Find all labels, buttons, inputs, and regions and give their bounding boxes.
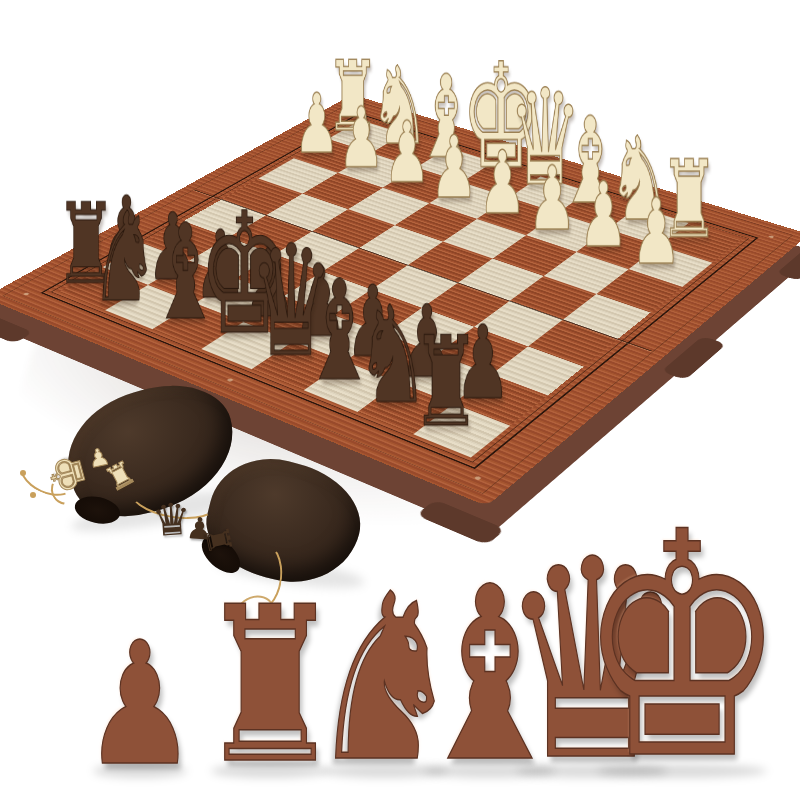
cord-tassel [20,470,26,476]
square-c4[interactable] [458,258,544,300]
product-photo: ♜♞♝♚♛♝♞♜♟♟♟♟♟♟♟♟♟♟♟♟♟♟♟♟♜♞♝♚♛♝♞♜ ♚♟♜♛♟♜ … [0,0,800,800]
display-piece-pawn: ♟ [83,635,197,774]
piece-wP-d2[interactable]: ♟ [476,139,529,226]
piece-wP-g2[interactable]: ♟ [336,96,387,179]
piece-bB-c8[interactable]: ♝ [301,262,363,400]
piece-bR-a8[interactable]: ♜ [411,320,475,445]
cord-tassel [30,492,36,498]
piece-wP-c2[interactable]: ♟ [525,155,579,243]
square-b4[interactable] [510,276,597,320]
square-a5[interactable] [528,320,618,367]
piece-wP-b2[interactable]: ♟ [576,170,631,260]
piece-wP-h2[interactable]: ♟ [292,83,342,165]
piece-wP-e2[interactable]: ♟ [428,125,481,211]
square-a4[interactable] [563,294,651,339]
piece-bN-b8[interactable]: ♞ [355,288,418,422]
piece-wP-a2[interactable]: ♟ [628,186,684,277]
display-piece-king: ♚ [578,520,786,774]
piece-wP-f2[interactable]: ♟ [381,110,433,195]
